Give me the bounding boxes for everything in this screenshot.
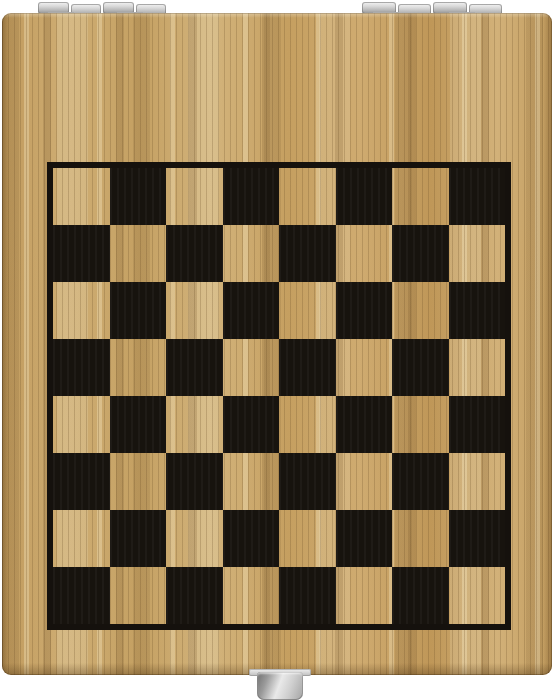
board-square (449, 225, 506, 282)
board-square (166, 282, 223, 339)
board-square (53, 396, 110, 453)
board-square (223, 339, 280, 396)
board-square (110, 396, 167, 453)
board-square (110, 282, 167, 339)
board-square (449, 453, 506, 510)
board-square (53, 567, 110, 624)
board-square (336, 225, 393, 282)
board-square (223, 453, 280, 510)
board-square (53, 453, 110, 510)
board-square (392, 453, 449, 510)
board-square (279, 396, 336, 453)
board-square (392, 567, 449, 624)
board-square (110, 168, 167, 225)
board-square (279, 168, 336, 225)
board-square (279, 339, 336, 396)
board-square (392, 282, 449, 339)
board-square (53, 282, 110, 339)
board-square (449, 339, 506, 396)
board-square (166, 453, 223, 510)
board-square (336, 510, 393, 567)
board-square (336, 168, 393, 225)
board-square (53, 339, 110, 396)
board-square (53, 225, 110, 282)
board-square (166, 510, 223, 567)
board-square (279, 453, 336, 510)
board-square (223, 225, 280, 282)
box-lid (2, 13, 552, 675)
board-square (166, 225, 223, 282)
board-square (392, 396, 449, 453)
board-square (166, 168, 223, 225)
board-square (449, 510, 506, 567)
board-square (336, 282, 393, 339)
board-square (53, 168, 110, 225)
clasp-icon (257, 672, 303, 700)
board-square (336, 339, 393, 396)
board-square (449, 396, 506, 453)
board-square (110, 510, 167, 567)
board-square (223, 396, 280, 453)
board-square (336, 396, 393, 453)
board-square (392, 168, 449, 225)
chessboard (47, 162, 511, 630)
board-square (449, 567, 506, 624)
board-square (449, 168, 506, 225)
board-square (166, 396, 223, 453)
board-square (53, 510, 110, 567)
board-square (279, 510, 336, 567)
board-square (223, 510, 280, 567)
board-square (279, 225, 336, 282)
board-square (223, 168, 280, 225)
board-square (110, 339, 167, 396)
board-square (392, 510, 449, 567)
board-square (166, 567, 223, 624)
board-square (336, 453, 393, 510)
board-square (110, 567, 167, 624)
board-square (223, 282, 280, 339)
board-square (449, 282, 506, 339)
board-square (279, 567, 336, 624)
board-square (279, 282, 336, 339)
product-photo (0, 0, 560, 700)
board-square (392, 339, 449, 396)
board-square (223, 567, 280, 624)
board-square (110, 453, 167, 510)
board-square (392, 225, 449, 282)
board-square (336, 567, 393, 624)
board-square (166, 339, 223, 396)
board-square (110, 225, 167, 282)
